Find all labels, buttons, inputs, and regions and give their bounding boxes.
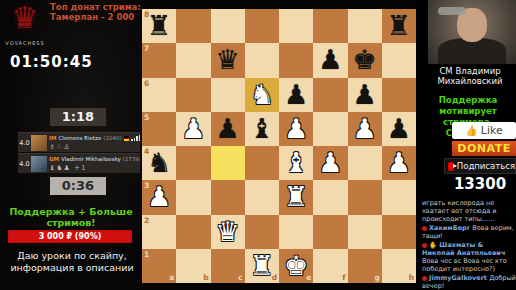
square-g7[interactable]: ♚ (348, 43, 382, 77)
moderator-badge-icon (422, 243, 427, 248)
white-bishop-e4[interactable]: ♝ (284, 146, 308, 180)
square-c5[interactable]: ♟ (211, 112, 245, 146)
chat-feed[interactable]: зелатлы изучalek172111 👍🏻Ренат то просто… (422, 198, 516, 290)
square-b4[interactable] (176, 146, 210, 180)
subscribe-label: Подписаться (457, 161, 515, 171)
like-label: Like (481, 124, 503, 137)
square-e7[interactable] (279, 43, 313, 77)
square-d5[interactable]: ♝ (245, 112, 279, 146)
streamer-name: СМ Владимир Михайловский (424, 66, 516, 86)
subscriber-count: 13300 (444, 175, 516, 193)
square-d7[interactable] (245, 43, 279, 77)
webcam-overlay-tag (438, 7, 466, 15)
square-g2[interactable] (348, 215, 382, 249)
square-e3[interactable]: ♜ (279, 180, 313, 214)
rank-label: 7 (144, 44, 149, 53)
rank-label: 8 (144, 10, 149, 19)
square-b6[interactable] (176, 78, 210, 112)
player-row-black[interactable]: 4.0 IM Clemens Rietze (2040) ♗♘♙ (18, 132, 140, 152)
black-clock: 1:18 (50, 108, 106, 126)
square-g3[interactable] (348, 180, 382, 214)
square-e6[interactable]: ♟ (279, 78, 313, 112)
webcam-feed (428, 0, 516, 64)
player-row-white[interactable]: 4.0 GM Vladimir Mikhailovsky (2739) ♝♞♟ … (18, 153, 140, 173)
player-score: 4.0 (18, 160, 31, 168)
top-donation-value: Тамерлан - 2 000 (50, 12, 142, 22)
white-rook-e3[interactable]: ♜ (284, 180, 308, 214)
white-queen-c2[interactable]: ♛ (216, 215, 240, 249)
square-a7[interactable]: 7 (142, 43, 176, 77)
square-f1[interactable]: f (313, 249, 347, 283)
file-label: f (342, 273, 345, 282)
chat-message: JimmyGalkovert Добрый вечер! (422, 274, 516, 290)
square-a4[interactable]: 4♞ (142, 146, 176, 180)
donate-button[interactable]: DONATE (452, 141, 516, 156)
captured-pieces: ♗♘♙ (49, 143, 140, 152)
file-label: c (238, 273, 242, 282)
chess-board[interactable]: 8♜♜7♛♟♚6♞♟♟5♟♟♝♟♟♟4♞♝♟♟3♟♜2♛1abcd♜e♚fgh (142, 9, 416, 283)
rank-label: 2 (144, 216, 149, 225)
file-label: a (169, 273, 174, 282)
rank-label: 1 (144, 250, 149, 259)
donation-progress-bar: 3 000 ₽ (90%) (8, 230, 132, 243)
captured-pieces: ♝♞♟ +1 (49, 164, 140, 173)
white-clock: 0:36 (50, 177, 106, 195)
germany-flag-icon (124, 136, 129, 141)
file-label: h (409, 273, 414, 282)
chat-text: Вова чес вс Вова чес кто победит интерес… (422, 257, 507, 273)
moderator-badge-icon (422, 276, 427, 281)
white-knight-d6[interactable]: ♞ (250, 78, 274, 112)
white-king-e1[interactable]: ♚ (284, 249, 308, 283)
square-a1[interactable]: 1a (142, 249, 176, 283)
left-panel: ♛ VOVACHESS Топ донат стрима: Тамерлан -… (0, 0, 142, 290)
square-h3[interactable] (382, 180, 416, 214)
white-pawn-e5[interactable]: ♟ (284, 112, 308, 146)
queen-emblem-icon: ♛ (2, 0, 48, 36)
white-rook-d1[interactable]: ♜ (250, 249, 274, 283)
square-a6[interactable]: 6 (142, 78, 176, 112)
square-a5[interactable]: 5 (142, 112, 176, 146)
player-title-badge: IM (49, 135, 57, 141)
top-donation-title: Топ донат стрима: (50, 2, 142, 12)
rank-label: 4 (144, 147, 149, 156)
square-f8[interactable] (313, 9, 347, 43)
black-queen-c7[interactable]: ♛ (216, 43, 240, 77)
square-c2[interactable]: ♛ (211, 215, 245, 249)
square-c7[interactable]: ♛ (211, 43, 245, 77)
square-h5[interactable]: ♟ (382, 112, 416, 146)
square-f7[interactable]: ♟ (313, 43, 347, 77)
black-pawn-f7[interactable]: ♟ (318, 43, 342, 77)
square-g8[interactable] (348, 9, 382, 43)
black-king-g7[interactable]: ♚ (353, 43, 377, 77)
rank-label: 5 (144, 113, 149, 122)
black-pawn-e6[interactable]: ♟ (284, 78, 308, 112)
black-pawn-c5[interactable]: ♟ (216, 112, 240, 146)
file-label: g (374, 273, 379, 282)
chat-message: ✋ Шахматы & Николай Анатольевич Вова чес… (422, 241, 516, 273)
white-pawn-f4[interactable]: ♟ (318, 146, 342, 180)
square-h7[interactable] (382, 43, 416, 77)
player-rating: (2040) (103, 135, 121, 141)
square-c3[interactable] (211, 180, 245, 214)
square-h6[interactable] (382, 78, 416, 112)
subscribe-button[interactable]: Подписаться (444, 158, 516, 174)
square-c6[interactable] (211, 78, 245, 112)
stream-overlay: ♛ VOVACHESS Топ донат стрима: Тамерлан -… (0, 0, 516, 290)
player-info: GM Vladimir Mikhailovsky (2739) ♝♞♟ +1 (49, 155, 140, 173)
moderator-badge-icon (422, 226, 427, 231)
youtube-play-icon (448, 162, 454, 171)
square-a2[interactable]: 2 (142, 215, 176, 249)
square-b5[interactable]: ♟ (176, 112, 210, 146)
chat-message: Ренат то просто твоя маска на аватарке м… (422, 198, 516, 223)
square-h4[interactable]: ♟ (382, 146, 416, 180)
player-rating: (2739) (123, 156, 140, 162)
square-b8[interactable] (176, 9, 210, 43)
chat-text: то просто твоя маска на аватарке мешает … (422, 198, 515, 223)
chat-username[interactable]: ХакимБерг (429, 224, 472, 232)
player-info: IM Clemens Rietze (2040) ♗♘♙ (49, 134, 140, 152)
chat-message: ХакимБерг Вова верим, тащи! (422, 224, 516, 240)
white-pawn-h4[interactable]: ♟ (387, 146, 411, 180)
square-g6[interactable]: ♟ (348, 78, 382, 112)
like-button[interactable]: 👍 Like (452, 122, 516, 139)
square-c4[interactable] (211, 146, 245, 180)
square-g5[interactable]: ♟ (348, 112, 382, 146)
donate-label: DONATE (457, 142, 510, 155)
avatar (31, 156, 47, 172)
square-d1[interactable]: d♜ (245, 249, 279, 283)
square-f5[interactable] (313, 112, 347, 146)
square-g4[interactable] (348, 146, 382, 180)
channel-logo-label: VOVACHESS (0, 40, 50, 46)
rank-label: 3 (144, 181, 149, 190)
square-a3[interactable]: 3♟ (142, 180, 176, 214)
square-f6[interactable] (313, 78, 347, 112)
square-e5[interactable]: ♟ (279, 112, 313, 146)
player-name: Vladimir Mikhailovsky (61, 156, 121, 162)
avatar (31, 135, 47, 151)
square-d8[interactable] (245, 9, 279, 43)
file-label: b (203, 273, 208, 282)
square-d6[interactable]: ♞ (245, 78, 279, 112)
square-f3[interactable] (313, 180, 347, 214)
channel-logo: ♛ (2, 0, 48, 40)
rank-label: 6 (144, 79, 149, 88)
square-e4[interactable]: ♝ (279, 146, 313, 180)
square-b3[interactable] (176, 180, 210, 214)
connection-signal-icon (131, 135, 140, 141)
square-c1[interactable]: c (211, 249, 245, 283)
support-goal-text: Поддержка + Больше стримов! (0, 206, 142, 228)
chat-username[interactable]: ✋ Шахматы & Николай Анатольевич (422, 241, 505, 257)
square-d4[interactable] (245, 146, 279, 180)
square-d2[interactable] (245, 215, 279, 249)
square-h1[interactable]: h (382, 249, 416, 283)
square-b7[interactable] (176, 43, 210, 77)
square-e2[interactable] (279, 215, 313, 249)
square-b2[interactable] (176, 215, 210, 249)
black-pawn-h5[interactable]: ♟ (387, 112, 411, 146)
black-rook-h8[interactable]: ♜ (387, 9, 411, 43)
file-label: e (306, 273, 311, 282)
square-g1[interactable]: g (348, 249, 382, 283)
top-donation: Топ донат стрима: Тамерлан - 2 000 (50, 2, 142, 22)
player-title-badge: GM (49, 156, 59, 162)
lessons-info-text: Даю уроки по скайпу, информация в описан… (4, 250, 140, 274)
square-b1[interactable]: b (176, 249, 210, 283)
square-a8[interactable]: 8♜ (142, 9, 176, 43)
white-pawn-a3[interactable]: ♟ (147, 180, 171, 214)
white-pawn-g5[interactable]: ♟ (353, 112, 377, 146)
player-name: Clemens Rietze (59, 135, 102, 141)
right-panel: СМ Владимир Михайловский Поддержка мотив… (416, 0, 516, 290)
square-e8[interactable] (279, 9, 313, 43)
white-pawn-b5[interactable]: ♟ (181, 112, 205, 146)
file-label: d (272, 273, 277, 282)
square-h2[interactable] (382, 215, 416, 249)
chat-username[interactable]: JimmyGalkovert (429, 274, 489, 282)
square-c8[interactable] (211, 9, 245, 43)
thumbs-up-icon: 👍 (465, 125, 477, 136)
stream-timer: 01:50:45 (10, 53, 93, 71)
black-knight-a4[interactable]: ♞ (147, 146, 171, 180)
black-rook-a8[interactable]: ♜ (147, 9, 171, 43)
square-e1[interactable]: e♚ (279, 249, 313, 283)
black-bishop-d5[interactable]: ♝ (250, 112, 274, 146)
square-h8[interactable]: ♜ (382, 9, 416, 43)
square-f4[interactable]: ♟ (313, 146, 347, 180)
square-f2[interactable] (313, 215, 347, 249)
square-d3[interactable] (245, 180, 279, 214)
black-pawn-g6[interactable]: ♟ (353, 78, 377, 112)
player-score: 4.0 (18, 139, 31, 147)
